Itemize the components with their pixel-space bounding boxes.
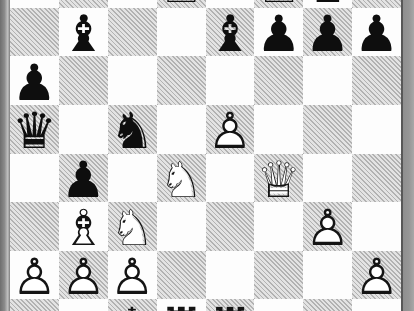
- square-g4[interactable]: [303, 154, 352, 203]
- square-h4[interactable]: [352, 154, 401, 203]
- white-rook[interactable]: ♜♖: [157, 301, 206, 311]
- white-bishop[interactable]: ♝♗: [59, 204, 108, 253]
- square-d7[interactable]: [157, 8, 206, 57]
- black-piece-glyph: ♟: [352, 9, 401, 58]
- square-h3[interactable]: [352, 202, 401, 251]
- square-c4[interactable]: [108, 154, 157, 203]
- square-c8[interactable]: [108, 0, 157, 8]
- white-piece-outline: ♙: [108, 252, 157, 301]
- white-piece-outline: ♖: [206, 301, 255, 311]
- square-d8[interactable]: ♜: [157, 0, 206, 8]
- black-piece-glyph: ♞: [108, 106, 157, 155]
- square-e5[interactable]: ♟♙: [206, 105, 255, 154]
- white-knight[interactable]: ♞♘: [108, 204, 157, 253]
- square-b3[interactable]: ♝♗: [59, 202, 108, 251]
- white-pawn[interactable]: ♟♙: [108, 252, 157, 301]
- black-piece-glyph: ♝: [59, 9, 108, 58]
- square-g5[interactable]: [303, 105, 352, 154]
- square-d4[interactable]: ♞♘: [157, 154, 206, 203]
- white-piece-outline: ♙: [206, 106, 255, 155]
- square-e7[interactable]: ♝: [206, 8, 255, 57]
- square-h5[interactable]: [352, 105, 401, 154]
- square-f2[interactable]: [254, 251, 303, 300]
- black-piece-glyph: ♟: [59, 155, 108, 204]
- white-knight[interactable]: ♞♘: [157, 155, 206, 204]
- white-pawn[interactable]: ♟♙: [59, 252, 108, 301]
- square-b4[interactable]: ♟: [59, 154, 108, 203]
- square-g3[interactable]: ♟♙: [303, 202, 352, 251]
- square-g6[interactable]: [303, 56, 352, 105]
- square-a4[interactable]: [10, 154, 59, 203]
- square-a5[interactable]: ♛: [10, 105, 59, 154]
- square-c3[interactable]: ♞♘: [108, 202, 157, 251]
- square-g7[interactable]: ♟: [303, 8, 352, 57]
- board-frame-left: [0, 0, 10, 311]
- square-g1[interactable]: [303, 299, 352, 311]
- white-rook[interactable]: ♜♖: [206, 301, 255, 311]
- square-c7[interactable]: [108, 8, 157, 57]
- square-a2[interactable]: ♟♙: [10, 251, 59, 300]
- white-piece-outline: ♙: [352, 252, 401, 301]
- square-d5[interactable]: [157, 105, 206, 154]
- square-e6[interactable]: [206, 56, 255, 105]
- white-piece-outline: ♕: [254, 155, 303, 204]
- white-pawn[interactable]: ♟♙: [303, 204, 352, 253]
- black-piece-glyph: ♛: [10, 106, 59, 155]
- black-pawn[interactable]: ♟: [59, 155, 108, 204]
- square-h2[interactable]: ♟♙: [352, 251, 401, 300]
- white-piece-outline: ♗: [59, 204, 108, 253]
- square-c1[interactable]: ♚♔: [108, 299, 157, 311]
- chess-board: ♜♜♚♝♝♟♟♟♟♛♞♟♙♟♞♘♛♕♝♗♞♘♟♙♟♙♟♙♟♙♟♙♚♔♜♖♜♖: [10, 0, 401, 311]
- white-piece-outline: ♘: [108, 204, 157, 253]
- white-piece-outline: ♖: [157, 301, 206, 311]
- square-f7[interactable]: ♟: [254, 8, 303, 57]
- square-f5[interactable]: [254, 105, 303, 154]
- square-b1[interactable]: [59, 299, 108, 311]
- square-f6[interactable]: [254, 56, 303, 105]
- square-b5[interactable]: [59, 105, 108, 154]
- white-queen[interactable]: ♛♕: [254, 155, 303, 204]
- square-d3[interactable]: [157, 202, 206, 251]
- white-pawn[interactable]: ♟♙: [10, 252, 59, 301]
- square-d6[interactable]: [157, 56, 206, 105]
- black-queen[interactable]: ♛: [10, 106, 59, 155]
- square-e4[interactable]: [206, 154, 255, 203]
- board-frame-right: [401, 0, 414, 311]
- black-pawn[interactable]: ♟: [254, 9, 303, 58]
- square-h1[interactable]: [352, 299, 401, 311]
- square-c6[interactable]: [108, 56, 157, 105]
- black-pawn[interactable]: ♟: [303, 9, 352, 58]
- chess-board-screenshot: ♜♜♚♝♝♟♟♟♟♛♞♟♙♟♞♘♛♕♝♗♞♘♟♙♟♙♟♙♟♙♟♙♚♔♜♖♜♖: [0, 0, 414, 311]
- white-piece-outline: ♙: [59, 252, 108, 301]
- square-e1[interactable]: ♜♖: [206, 299, 255, 311]
- square-a1[interactable]: [10, 299, 59, 311]
- square-h6[interactable]: [352, 56, 401, 105]
- square-a7[interactable]: [10, 8, 59, 57]
- square-c2[interactable]: ♟♙: [108, 251, 157, 300]
- black-bishop[interactable]: ♝: [206, 9, 255, 58]
- black-piece-glyph: ♟: [254, 9, 303, 58]
- white-piece-outline: ♙: [10, 252, 59, 301]
- square-h7[interactable]: ♟: [352, 8, 401, 57]
- black-knight[interactable]: ♞: [108, 106, 157, 155]
- square-a8[interactable]: [10, 0, 59, 8]
- square-g2[interactable]: [303, 251, 352, 300]
- white-piece-outline: ♘: [157, 155, 206, 204]
- square-f4[interactable]: ♛♕: [254, 154, 303, 203]
- square-b7[interactable]: ♝: [59, 8, 108, 57]
- white-pawn[interactable]: ♟♙: [206, 106, 255, 155]
- square-d1[interactable]: ♜♖: [157, 299, 206, 311]
- black-bishop[interactable]: ♝: [59, 9, 108, 58]
- black-piece-glyph: ♟: [303, 9, 352, 58]
- white-piece-outline: ♔: [108, 301, 157, 311]
- square-e2[interactable]: [206, 251, 255, 300]
- square-a3[interactable]: [10, 202, 59, 251]
- black-piece-glyph: ♟: [10, 58, 59, 107]
- square-a6[interactable]: ♟: [10, 56, 59, 105]
- black-piece-glyph: ♝: [206, 9, 255, 58]
- white-piece-outline: ♙: [303, 204, 352, 253]
- square-f1[interactable]: [254, 299, 303, 311]
- square-b2[interactable]: ♟♙: [59, 251, 108, 300]
- white-pawn[interactable]: ♟♙: [352, 252, 401, 301]
- square-f3[interactable]: [254, 202, 303, 251]
- square-e3[interactable]: [206, 202, 255, 251]
- black-pawn[interactable]: ♟: [352, 9, 401, 58]
- square-c5[interactable]: ♞: [108, 105, 157, 154]
- square-d2[interactable]: [157, 251, 206, 300]
- white-king[interactable]: ♚♔: [108, 301, 157, 311]
- square-b6[interactable]: [59, 56, 108, 105]
- black-pawn[interactable]: ♟: [10, 58, 59, 107]
